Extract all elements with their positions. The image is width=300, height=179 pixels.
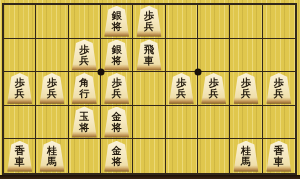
piece-kanji: 歩 <box>200 77 227 88</box>
piece-kanji: 馬 <box>38 156 65 167</box>
piece-kanji: 将 <box>103 21 130 32</box>
cell-r4c7[interactable]: 桂馬 <box>230 139 262 173</box>
piece-kanji: 玉 <box>71 111 98 122</box>
piece-kanji: 桂 <box>232 145 259 156</box>
cell-r1c7[interactable] <box>230 39 262 73</box>
cell-r0c3[interactable]: 銀将 <box>101 5 133 39</box>
cell-r1c1[interactable] <box>36 39 68 73</box>
cell-r2c8[interactable]: 歩兵 <box>263 72 295 106</box>
shogi-piece-pawn[interactable]: 歩兵 <box>6 73 33 104</box>
piece-kanji: 兵 <box>232 88 259 99</box>
cell-r2c7[interactable]: 歩兵 <box>230 72 262 106</box>
cell-r0c5[interactable] <box>166 5 198 39</box>
hoshi-dot <box>195 69 202 76</box>
hoshi-dot <box>98 69 105 76</box>
cell-r0c2[interactable] <box>69 5 101 39</box>
cell-r1c4[interactable]: 飛車 <box>133 39 165 73</box>
piece-kanji: 金 <box>103 145 130 156</box>
cell-r0c0[interactable] <box>4 5 36 39</box>
cell-r1c0[interactable] <box>4 39 36 73</box>
shogi-piece-pawn[interactable]: 歩兵 <box>200 73 227 104</box>
shogi-piece-lance[interactable]: 香車 <box>265 141 292 172</box>
shogi-piece-knight[interactable]: 桂馬 <box>232 141 259 172</box>
piece-kanji: 歩 <box>232 77 259 88</box>
cell-r2c5[interactable]: 歩兵 <box>166 72 198 106</box>
piece-kanji: 桂 <box>38 145 65 156</box>
board-grid: 銀将歩兵歩兵銀将飛車歩兵歩兵角行歩兵歩兵歩兵歩兵歩兵玉将金将香車桂馬金将桂馬香車 <box>2 3 297 175</box>
piece-kanji: 兵 <box>6 88 33 99</box>
cell-r4c5[interactable] <box>166 139 198 173</box>
piece-kanji: 銀 <box>103 10 130 21</box>
piece-kanji: 兵 <box>71 54 98 65</box>
shogi-piece-pawn[interactable]: 歩兵 <box>103 73 130 104</box>
piece-kanji: 兵 <box>38 88 65 99</box>
piece-kanji: 将 <box>103 54 130 65</box>
piece-kanji: 歩 <box>135 10 162 21</box>
piece-kanji: 歩 <box>71 43 98 54</box>
cell-r4c0[interactable]: 香車 <box>4 139 36 173</box>
piece-kanji: 兵 <box>265 88 292 99</box>
cell-r3c1[interactable] <box>36 106 68 140</box>
cell-r1c8[interactable] <box>263 39 295 73</box>
shogi-piece-pawn[interactable]: 歩兵 <box>135 6 162 37</box>
shogi-piece-gold[interactable]: 金将 <box>103 141 130 172</box>
cell-r4c8[interactable]: 香車 <box>263 139 295 173</box>
cell-r3c4[interactable] <box>133 106 165 140</box>
cell-r0c1[interactable] <box>36 5 68 39</box>
cell-r3c7[interactable] <box>230 106 262 140</box>
shogi-piece-gold[interactable]: 金将 <box>103 107 130 138</box>
cell-r2c1[interactable]: 歩兵 <box>36 72 68 106</box>
cell-r0c4[interactable]: 歩兵 <box>133 5 165 39</box>
cell-r1c5[interactable] <box>166 39 198 73</box>
cell-r3c6[interactable] <box>198 106 230 140</box>
shogi-piece-rook[interactable]: 飛車 <box>135 39 162 70</box>
shogi-piece-king[interactable]: 玉将 <box>71 107 98 138</box>
piece-kanji: 将 <box>103 156 130 167</box>
piece-kanji: 飛 <box>135 43 162 54</box>
piece-kanji: 香 <box>6 145 33 156</box>
shogi-piece-pawn[interactable]: 歩兵 <box>71 39 98 70</box>
cell-r4c2[interactable] <box>69 139 101 173</box>
shogi-board: 銀将歩兵歩兵銀将飛車歩兵歩兵角行歩兵歩兵歩兵歩兵歩兵玉将金将香車桂馬金将桂馬香車 <box>0 0 300 179</box>
shogi-piece-pawn[interactable]: 歩兵 <box>38 73 65 104</box>
piece-kanji: 歩 <box>168 77 195 88</box>
cell-r3c0[interactable] <box>4 106 36 140</box>
cell-r3c2[interactable]: 玉将 <box>69 106 101 140</box>
piece-kanji: 兵 <box>200 88 227 99</box>
piece-kanji: 歩 <box>265 77 292 88</box>
piece-kanji: 兵 <box>103 88 130 99</box>
piece-kanji: 行 <box>71 88 98 99</box>
cell-r1c3[interactable]: 銀将 <box>101 39 133 73</box>
shogi-piece-lance[interactable]: 香車 <box>6 141 33 172</box>
cell-r1c6[interactable] <box>198 39 230 73</box>
cell-r2c4[interactable] <box>133 72 165 106</box>
cell-r4c3[interactable]: 金将 <box>101 139 133 173</box>
cell-r3c8[interactable] <box>263 106 295 140</box>
shogi-piece-silver[interactable]: 銀将 <box>103 39 130 70</box>
cell-r3c3[interactable]: 金将 <box>101 106 133 140</box>
cell-r2c0[interactable]: 歩兵 <box>4 72 36 106</box>
cell-r1c2[interactable]: 歩兵 <box>69 39 101 73</box>
piece-kanji: 将 <box>71 122 98 133</box>
shogi-piece-pawn[interactable]: 歩兵 <box>265 73 292 104</box>
shogi-piece-pawn[interactable]: 歩兵 <box>168 73 195 104</box>
piece-kanji: 将 <box>103 122 130 133</box>
cell-r4c4[interactable] <box>133 139 165 173</box>
shogi-piece-pawn[interactable]: 歩兵 <box>232 73 259 104</box>
cell-r0c6[interactable] <box>198 5 230 39</box>
piece-kanji: 兵 <box>135 21 162 32</box>
piece-kanji: 歩 <box>6 77 33 88</box>
cell-r3c5[interactable] <box>166 106 198 140</box>
piece-kanji: 兵 <box>168 88 195 99</box>
piece-kanji: 歩 <box>103 77 130 88</box>
cell-r2c2[interactable]: 角行 <box>69 72 101 106</box>
piece-kanji: 車 <box>6 156 33 167</box>
cell-r4c1[interactable]: 桂馬 <box>36 139 68 173</box>
cell-r0c7[interactable] <box>230 5 262 39</box>
board-bottom-edge <box>0 175 300 179</box>
piece-kanji: 香 <box>265 145 292 156</box>
piece-kanji: 金 <box>103 111 130 122</box>
piece-kanji: 車 <box>265 156 292 167</box>
cell-r2c3[interactable]: 歩兵 <box>101 72 133 106</box>
shogi-piece-bishop[interactable]: 角行 <box>71 73 98 104</box>
piece-kanji: 馬 <box>232 156 259 167</box>
piece-kanji: 歩 <box>38 77 65 88</box>
cell-r2c6[interactable]: 歩兵 <box>198 72 230 106</box>
cell-r4c6[interactable] <box>198 139 230 173</box>
piece-kanji: 車 <box>135 54 162 65</box>
piece-kanji: 銀 <box>103 43 130 54</box>
piece-kanji: 角 <box>71 77 98 88</box>
cell-r0c8[interactable] <box>263 5 295 39</box>
shogi-piece-knight[interactable]: 桂馬 <box>38 141 65 172</box>
shogi-piece-silver[interactable]: 銀将 <box>103 6 130 37</box>
